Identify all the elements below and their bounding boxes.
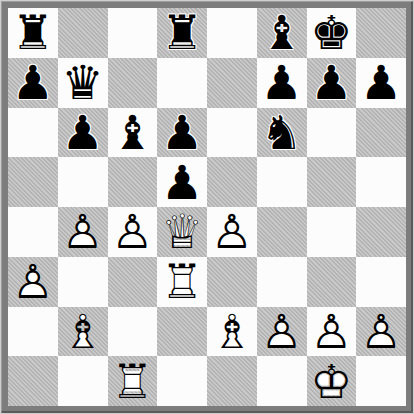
square-f4[interactable] bbox=[257, 207, 307, 257]
square-b4[interactable]: ♟♙ bbox=[58, 207, 108, 257]
square-g6[interactable] bbox=[307, 108, 357, 158]
square-b7[interactable]: ♛ bbox=[58, 58, 108, 108]
square-f8[interactable]: ♝ bbox=[257, 8, 307, 58]
square-a3[interactable]: ♟♙ bbox=[8, 257, 58, 307]
white-queen: ♕ bbox=[157, 207, 207, 257]
square-h5[interactable] bbox=[356, 157, 406, 207]
square-d6[interactable]: ♟ bbox=[157, 108, 207, 158]
square-a1[interactable] bbox=[8, 356, 58, 406]
square-h8[interactable] bbox=[356, 8, 406, 58]
board-frame: ♜♜♝♚♟♛♟♟♟♟♝♟♞♟♟♙♟♙♛♕♟♙♟♙♜♖♝♗♝♗♟♙♟♙♟♙♜♖♚♔ bbox=[0, 0, 414, 414]
white-pawn: ♙ bbox=[8, 257, 58, 307]
square-a8[interactable]: ♜ bbox=[8, 8, 58, 58]
chess-board: ♜♜♝♚♟♛♟♟♟♟♝♟♞♟♟♙♟♙♛♕♟♙♟♙♜♖♝♗♝♗♟♙♟♙♟♙♜♖♚♔ bbox=[8, 8, 406, 406]
black-pawn: ♟ bbox=[307, 58, 357, 108]
square-e7[interactable] bbox=[207, 58, 257, 108]
square-h2[interactable]: ♟♙ bbox=[356, 307, 406, 357]
square-g4[interactable] bbox=[307, 207, 357, 257]
square-b3[interactable] bbox=[58, 257, 108, 307]
square-g8[interactable]: ♚ bbox=[307, 8, 357, 58]
square-c2[interactable] bbox=[108, 307, 158, 357]
square-b6[interactable]: ♟ bbox=[58, 108, 108, 158]
square-f3[interactable] bbox=[257, 257, 307, 307]
square-c7[interactable] bbox=[108, 58, 158, 108]
square-a4[interactable] bbox=[8, 207, 58, 257]
black-pawn: ♟ bbox=[8, 58, 58, 108]
square-h3[interactable] bbox=[356, 257, 406, 307]
square-g3[interactable] bbox=[307, 257, 357, 307]
square-c3[interactable] bbox=[108, 257, 158, 307]
black-rook: ♜ bbox=[8, 8, 58, 58]
square-c1[interactable]: ♜♖ bbox=[108, 356, 158, 406]
black-bishop: ♝ bbox=[257, 8, 307, 58]
square-d4[interactable]: ♛♕ bbox=[157, 207, 207, 257]
square-d3[interactable]: ♜♖ bbox=[157, 257, 207, 307]
square-h1[interactable] bbox=[356, 356, 406, 406]
black-pawn: ♟ bbox=[257, 58, 307, 108]
square-e6[interactable] bbox=[207, 108, 257, 158]
black-queen: ♛ bbox=[58, 58, 108, 108]
square-h4[interactable] bbox=[356, 207, 406, 257]
square-g2[interactable]: ♟♙ bbox=[307, 307, 357, 357]
white-rook: ♖ bbox=[157, 257, 207, 307]
black-bishop: ♝ bbox=[108, 108, 158, 158]
square-c5[interactable] bbox=[108, 157, 158, 207]
square-g1[interactable]: ♚♔ bbox=[307, 356, 357, 406]
square-c8[interactable] bbox=[108, 8, 158, 58]
square-e2[interactable]: ♝♗ bbox=[207, 307, 257, 357]
square-e4[interactable]: ♟♙ bbox=[207, 207, 257, 257]
black-rook: ♜ bbox=[157, 8, 207, 58]
square-f1[interactable] bbox=[257, 356, 307, 406]
square-e5[interactable] bbox=[207, 157, 257, 207]
square-f7[interactable]: ♟ bbox=[257, 58, 307, 108]
white-pawn: ♙ bbox=[58, 207, 108, 257]
square-c6[interactable]: ♝ bbox=[108, 108, 158, 158]
white-pawn: ♙ bbox=[356, 307, 406, 357]
square-e1[interactable] bbox=[207, 356, 257, 406]
white-pawn: ♙ bbox=[307, 307, 357, 357]
black-pawn: ♟ bbox=[356, 58, 406, 108]
square-d1[interactable] bbox=[157, 356, 207, 406]
white-pawn: ♙ bbox=[108, 207, 158, 257]
white-bishop: ♗ bbox=[58, 307, 108, 357]
square-f5[interactable] bbox=[257, 157, 307, 207]
square-c4[interactable]: ♟♙ bbox=[108, 207, 158, 257]
white-bishop: ♗ bbox=[207, 307, 257, 357]
square-g5[interactable] bbox=[307, 157, 357, 207]
square-f2[interactable]: ♟♙ bbox=[257, 307, 307, 357]
square-d7[interactable] bbox=[157, 58, 207, 108]
square-e8[interactable] bbox=[207, 8, 257, 58]
square-a6[interactable] bbox=[8, 108, 58, 158]
square-b2[interactable]: ♝♗ bbox=[58, 307, 108, 357]
white-rook: ♖ bbox=[108, 356, 158, 406]
black-pawn: ♟ bbox=[157, 108, 207, 158]
square-d5[interactable]: ♟ bbox=[157, 157, 207, 207]
white-pawn: ♙ bbox=[257, 307, 307, 357]
square-d8[interactable]: ♜ bbox=[157, 8, 207, 58]
square-g7[interactable]: ♟ bbox=[307, 58, 357, 108]
black-pawn: ♟ bbox=[58, 108, 108, 158]
square-h6[interactable] bbox=[356, 108, 406, 158]
square-e3[interactable] bbox=[207, 257, 257, 307]
square-h7[interactable]: ♟ bbox=[356, 58, 406, 108]
square-b8[interactable] bbox=[58, 8, 108, 58]
square-f6[interactable]: ♞ bbox=[257, 108, 307, 158]
white-king: ♔ bbox=[307, 356, 357, 406]
black-knight: ♞ bbox=[257, 108, 307, 158]
square-b1[interactable] bbox=[58, 356, 108, 406]
square-a5[interactable] bbox=[8, 157, 58, 207]
black-pawn: ♟ bbox=[157, 157, 207, 207]
square-a7[interactable]: ♟ bbox=[8, 58, 58, 108]
square-b5[interactable] bbox=[58, 157, 108, 207]
black-king: ♚ bbox=[307, 8, 357, 58]
white-pawn: ♙ bbox=[207, 207, 257, 257]
square-a2[interactable] bbox=[8, 307, 58, 357]
square-d2[interactable] bbox=[157, 307, 207, 357]
